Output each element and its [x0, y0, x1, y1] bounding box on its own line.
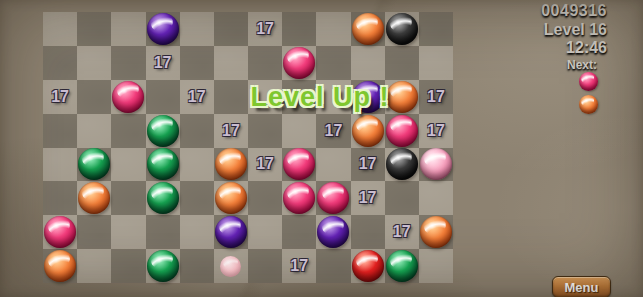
board-cell[interactable] [146, 181, 180, 215]
score-popup: 17 [359, 155, 377, 173]
board-cell[interactable] [316, 181, 350, 215]
score-popup: 17 [359, 189, 377, 207]
board-cell[interactable] [146, 80, 180, 114]
level-up-banner: Level Up ! [250, 82, 389, 113]
next-ball-orange [579, 95, 598, 114]
board-cell[interactable] [282, 215, 316, 249]
board-cell[interactable] [111, 80, 145, 114]
ball-orange[interactable] [386, 81, 418, 113]
ball-purple[interactable] [215, 216, 247, 248]
ball-pink[interactable] [283, 182, 315, 214]
board-cell[interactable] [111, 114, 145, 148]
ball-purple[interactable] [147, 13, 179, 45]
board-cell[interactable] [111, 215, 145, 249]
ball-pink[interactable] [283, 148, 315, 180]
board-cell[interactable] [385, 46, 419, 80]
board-cell[interactable] [43, 148, 77, 182]
board-cell[interactable] [180, 181, 214, 215]
board-cell[interactable]: 17 [419, 114, 453, 148]
score-popup: 17 [256, 155, 274, 173]
ball-orange[interactable] [78, 182, 110, 214]
board-cell[interactable] [248, 46, 282, 80]
board-cell[interactable] [316, 148, 350, 182]
board-cell[interactable] [419, 148, 453, 182]
ball-seed[interactable] [220, 256, 241, 277]
ball-orange[interactable] [352, 115, 384, 147]
board-cell[interactable]: 17 [43, 80, 77, 114]
ball-green[interactable] [147, 250, 179, 282]
board-cell[interactable] [111, 181, 145, 215]
board-cell[interactable] [43, 215, 77, 249]
board-cell[interactable] [282, 114, 316, 148]
board-cell[interactable]: 17 [282, 249, 316, 283]
board-cell[interactable] [419, 46, 453, 80]
score-popup: 17 [188, 88, 206, 106]
board-cell[interactable] [180, 249, 214, 283]
ball-lightpink[interactable] [420, 148, 452, 180]
board-cell[interactable]: 17 [351, 181, 385, 215]
board-cell[interactable] [385, 114, 419, 148]
next-balls-preview [578, 72, 598, 114]
board-cell[interactable] [282, 46, 316, 80]
next-label: Next: [567, 58, 597, 72]
board-cell[interactable] [146, 249, 180, 283]
board-cell[interactable] [248, 215, 282, 249]
board-cell[interactable] [77, 181, 111, 215]
ball-green[interactable] [147, 115, 179, 147]
board-cell[interactable] [351, 249, 385, 283]
ball-green[interactable] [78, 148, 110, 180]
ball-green[interactable] [386, 250, 418, 282]
score-popup: 17 [154, 54, 172, 72]
ball-pink[interactable] [283, 47, 315, 79]
board-cell[interactable] [214, 181, 248, 215]
board-cell[interactable] [385, 249, 419, 283]
board-cell[interactable] [214, 148, 248, 182]
ball-purple[interactable] [317, 216, 349, 248]
ball-black[interactable] [386, 13, 418, 45]
board-cell[interactable] [214, 249, 248, 283]
board-cell[interactable] [385, 148, 419, 182]
board-cell[interactable] [146, 114, 180, 148]
board-cell[interactable] [111, 46, 145, 80]
board-cell[interactable]: 17 [248, 12, 282, 46]
board-cell[interactable] [77, 80, 111, 114]
ball-black[interactable] [386, 148, 418, 180]
score-display: 0049316 [541, 2, 607, 20]
board-cell[interactable] [282, 148, 316, 182]
board-cell[interactable]: 17 [419, 80, 453, 114]
ball-orange[interactable] [215, 182, 247, 214]
board-cell[interactable] [385, 181, 419, 215]
board-cell[interactable] [419, 12, 453, 46]
board-cell[interactable] [77, 114, 111, 148]
board-cell[interactable] [146, 12, 180, 46]
board-cell[interactable] [43, 181, 77, 215]
board-cell[interactable] [316, 249, 350, 283]
board-cell[interactable] [77, 215, 111, 249]
board-cell[interactable] [248, 114, 282, 148]
board-cell[interactable] [180, 215, 214, 249]
board-cell[interactable] [111, 148, 145, 182]
ball-pink[interactable] [386, 115, 418, 147]
board-cell[interactable] [419, 249, 453, 283]
board-cell[interactable] [43, 12, 77, 46]
board-cell[interactable] [214, 12, 248, 46]
board-cell[interactable]: 17 [214, 114, 248, 148]
board-cell[interactable]: 17 [351, 148, 385, 182]
score-popup: 17 [427, 88, 445, 106]
board-cell[interactable] [43, 114, 77, 148]
game-board[interactable]: 17171717171717171717171717 [43, 12, 453, 283]
ball-red[interactable] [352, 250, 384, 282]
ball-orange[interactable] [420, 216, 452, 248]
game-screen: 17171717171717171717171717 Level Up ! 00… [0, 0, 643, 297]
board-cell[interactable] [77, 12, 111, 46]
board-cell[interactable] [351, 215, 385, 249]
score-popup: 17 [51, 88, 69, 106]
board-cell[interactable] [77, 249, 111, 283]
board-cell[interactable]: 17 [248, 148, 282, 182]
board-cell[interactable] [351, 12, 385, 46]
board-cell[interactable]: 17 [385, 215, 419, 249]
board-cell[interactable]: 17 [146, 46, 180, 80]
menu-button[interactable]: Menu [552, 276, 611, 297]
board-cell[interactable] [43, 46, 77, 80]
board-cell[interactable] [385, 80, 419, 114]
ball-pink[interactable] [44, 216, 76, 248]
board-cell[interactable] [316, 215, 350, 249]
score-popup: 17 [427, 122, 445, 140]
ball-orange[interactable] [352, 13, 384, 45]
board-cell[interactable] [214, 46, 248, 80]
board-cell[interactable]: 17 [316, 114, 350, 148]
score-popup: 17 [325, 122, 343, 140]
ball-pink[interactable] [112, 81, 144, 113]
board-cell[interactable] [214, 215, 248, 249]
board-cell[interactable] [282, 181, 316, 215]
board-cell[interactable] [111, 12, 145, 46]
ball-orange[interactable] [215, 148, 247, 180]
next-ball-pink [579, 72, 598, 91]
board-cell[interactable] [351, 114, 385, 148]
board-cell[interactable] [180, 46, 214, 80]
board-cell[interactable] [214, 80, 248, 114]
board-cell[interactable] [316, 46, 350, 80]
board-cell[interactable] [146, 215, 180, 249]
board-cell[interactable] [248, 181, 282, 215]
board-cell[interactable] [419, 215, 453, 249]
board-cell[interactable] [180, 114, 214, 148]
score-popup: 17 [222, 122, 240, 140]
board-cell[interactable] [111, 249, 145, 283]
board-cell[interactable] [351, 46, 385, 80]
ball-pink[interactable] [317, 182, 349, 214]
score-popup: 17 [256, 20, 274, 38]
board-cell[interactable] [77, 148, 111, 182]
score-popup: 17 [393, 223, 411, 241]
level-display: Level 16 [544, 21, 607, 39]
ball-green[interactable] [147, 182, 179, 214]
ball-green[interactable] [147, 148, 179, 180]
board-cell[interactable] [316, 12, 350, 46]
board-cell[interactable] [248, 249, 282, 283]
board-cell[interactable] [43, 249, 77, 283]
board-cell[interactable] [282, 12, 316, 46]
board-cell[interactable] [419, 181, 453, 215]
board-cell[interactable] [385, 12, 419, 46]
score-popup: 17 [290, 257, 308, 275]
board-cell[interactable] [180, 148, 214, 182]
board-cell[interactable] [77, 46, 111, 80]
ball-orange[interactable] [44, 250, 76, 282]
board-cell[interactable] [180, 12, 214, 46]
board-cell[interactable] [146, 148, 180, 182]
board-cell[interactable]: 17 [180, 80, 214, 114]
timer-display: 12:46 [566, 39, 607, 57]
